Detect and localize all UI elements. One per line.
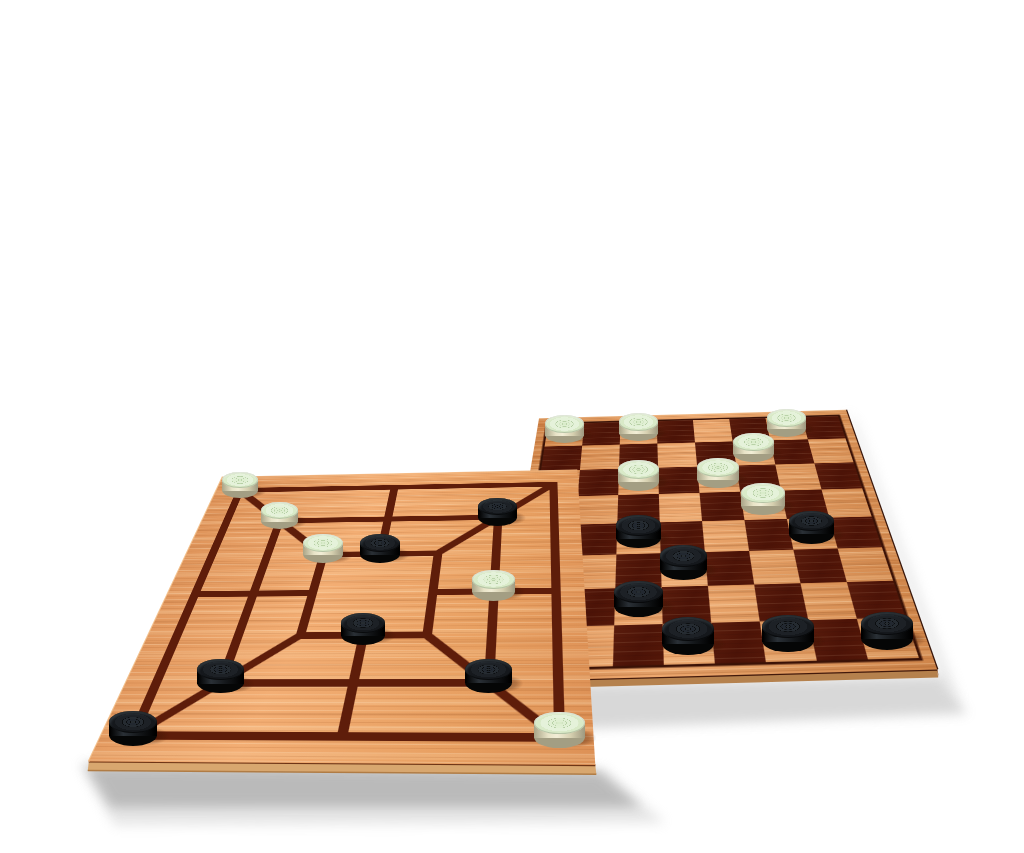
- piece-top-face: [261, 502, 299, 519]
- piece-top-face: [465, 659, 513, 680]
- piece-top-face: [478, 498, 517, 515]
- piece-top-face: [534, 712, 585, 735]
- morris-pieces-layer: [0, 0, 1024, 853]
- piece-top-face: [109, 711, 158, 733]
- piece-top-face: [360, 534, 400, 552]
- piece-top-face: [341, 613, 386, 633]
- piece-top-face: [472, 570, 515, 589]
- scene: [0, 0, 1024, 853]
